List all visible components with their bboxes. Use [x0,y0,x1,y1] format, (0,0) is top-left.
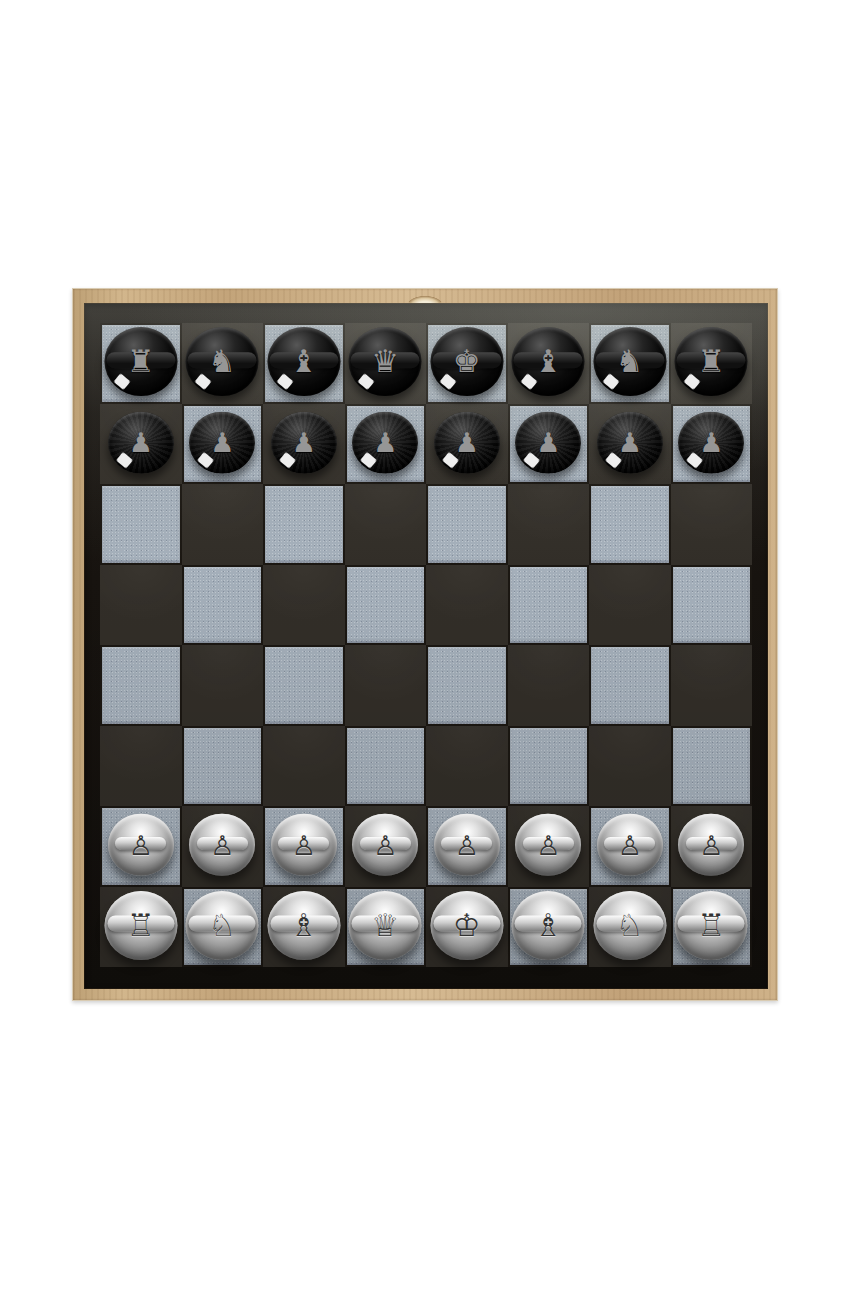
square-c2[interactable]: ♙ [263,806,345,887]
square-e2[interactable]: ♙ [426,806,508,887]
square-e3[interactable] [426,726,508,807]
square-f8[interactable]: ♝ [508,323,590,404]
piece-white-queen-d1[interactable]: ♕ [349,891,422,960]
square-f7[interactable]: ♟ [508,404,590,485]
square-g6[interactable] [589,484,671,565]
black-pawn-glyph: ♟ [292,429,316,456]
square-c7[interactable]: ♟ [263,404,345,485]
piece-white-bishop-c1[interactable]: ♗ [267,891,340,960]
square-b3[interactable] [182,726,264,807]
piece-black-pawn-c7[interactable]: ♟ [271,412,337,474]
white-knight-glyph: ♘ [208,910,236,941]
square-c4[interactable] [263,645,345,726]
square-h3[interactable] [671,726,753,807]
product-photo: ♜♞♝♛♚♝♞♜♟♟♟♟♟♟♟♟♙♙♙♙♙♙♙♙♖♘♗♕♔♗♘♖ [0,0,855,1290]
square-f5[interactable] [508,565,590,646]
piece-white-knight-b1[interactable]: ♘ [186,891,259,960]
square-d2[interactable]: ♙ [345,806,427,887]
square-h4[interactable] [671,645,753,726]
piece-black-pawn-a7[interactable]: ♟ [108,412,174,474]
piece-black-rook-h8[interactable]: ♜ [675,327,748,396]
square-c6[interactable] [263,484,345,565]
black-pawn-glyph: ♟ [536,429,560,456]
square-b5[interactable] [182,565,264,646]
black-rook-glyph: ♜ [697,346,725,377]
square-a4[interactable] [100,645,182,726]
square-e4[interactable] [426,645,508,726]
square-f3[interactable] [508,726,590,807]
square-e1[interactable]: ♔ [426,887,508,968]
square-c3[interactable] [263,726,345,807]
piece-white-pawn-b2[interactable]: ♙ [189,814,255,876]
white-pawn-glyph: ♙ [210,832,234,859]
board-surface: ♜♞♝♛♚♝♞♜♟♟♟♟♟♟♟♟♙♙♙♙♙♙♙♙♖♘♗♕♔♗♘♖ [84,303,768,989]
square-b8[interactable]: ♞ [182,323,264,404]
square-g7[interactable]: ♟ [589,404,671,485]
square-g8[interactable]: ♞ [589,323,671,404]
square-e5[interactable] [426,565,508,646]
black-bishop-glyph: ♝ [534,346,562,377]
piece-white-pawn-d2[interactable]: ♙ [352,814,418,876]
square-c1[interactable]: ♗ [263,887,345,968]
piece-black-pawn-b7[interactable]: ♟ [189,412,255,474]
square-h2[interactable]: ♙ [671,806,753,887]
square-c8[interactable]: ♝ [263,323,345,404]
black-queen-glyph: ♛ [371,346,399,377]
piece-black-bishop-f8[interactable]: ♝ [512,327,585,396]
square-f4[interactable] [508,645,590,726]
white-rook-glyph: ♖ [697,910,725,941]
piece-white-bishop-f1[interactable]: ♗ [512,891,585,960]
black-knight-glyph: ♞ [616,346,644,377]
white-queen-glyph: ♕ [371,910,399,941]
square-c5[interactable] [263,565,345,646]
square-e7[interactable]: ♟ [426,404,508,485]
square-g5[interactable] [589,565,671,646]
square-h1[interactable]: ♖ [671,887,753,968]
piece-white-pawn-c2[interactable]: ♙ [271,814,337,876]
square-g3[interactable] [589,726,671,807]
white-king-glyph: ♔ [453,910,481,941]
piece-white-pawn-g2[interactable]: ♙ [597,814,663,876]
white-rook-glyph: ♖ [127,910,155,941]
piece-white-rook-a1[interactable]: ♖ [104,891,177,960]
black-pawn-glyph: ♟ [455,429,479,456]
piece-black-queen-d8[interactable]: ♛ [349,327,422,396]
piece-white-pawn-a2[interactable]: ♙ [108,814,174,876]
piece-white-pawn-f2[interactable]: ♙ [515,814,581,876]
piece-black-pawn-f7[interactable]: ♟ [515,412,581,474]
chessboard-frame: ♜♞♝♛♚♝♞♜♟♟♟♟♟♟♟♟♙♙♙♙♙♙♙♙♖♘♗♕♔♗♘♖ [72,288,778,1001]
square-b1[interactable]: ♘ [182,887,264,968]
piece-white-pawn-h2[interactable]: ♙ [678,814,744,876]
piece-white-knight-g1[interactable]: ♘ [593,891,666,960]
black-pawn-glyph: ♟ [618,429,642,456]
white-bishop-glyph: ♗ [534,910,562,941]
black-bishop-glyph: ♝ [290,346,318,377]
square-b6[interactable] [182,484,264,565]
piece-black-knight-g8[interactable]: ♞ [593,327,666,396]
square-f1[interactable]: ♗ [508,887,590,968]
square-b4[interactable] [182,645,264,726]
square-d5[interactable] [345,565,427,646]
white-pawn-glyph: ♙ [536,832,560,859]
square-g4[interactable] [589,645,671,726]
square-b2[interactable]: ♙ [182,806,264,887]
square-a6[interactable] [100,484,182,565]
square-b7[interactable]: ♟ [182,404,264,485]
square-h8[interactable]: ♜ [671,323,753,404]
white-bishop-glyph: ♗ [290,910,318,941]
piece-black-rook-a8[interactable]: ♜ [104,327,177,396]
square-a5[interactable] [100,565,182,646]
black-pawn-glyph: ♟ [129,429,153,456]
square-f2[interactable]: ♙ [508,806,590,887]
square-g2[interactable]: ♙ [589,806,671,887]
piece-black-bishop-c8[interactable]: ♝ [267,327,340,396]
black-king-glyph: ♚ [453,346,481,377]
white-pawn-glyph: ♙ [129,832,153,859]
white-knight-glyph: ♘ [616,910,644,941]
square-d3[interactable] [345,726,427,807]
piece-white-king-e1[interactable]: ♔ [430,891,503,960]
square-g1[interactable]: ♘ [589,887,671,968]
square-a3[interactable] [100,726,182,807]
piece-white-rook-h1[interactable]: ♖ [675,891,748,960]
square-h5[interactable] [671,565,753,646]
piece-black-pawn-e7[interactable]: ♟ [434,412,500,474]
square-d1[interactable]: ♕ [345,887,427,968]
square-f6[interactable] [508,484,590,565]
black-knight-glyph: ♞ [208,346,236,377]
black-pawn-glyph: ♟ [210,429,234,456]
square-e6[interactable] [426,484,508,565]
piece-black-knight-b8[interactable]: ♞ [186,327,259,396]
square-d7[interactable]: ♟ [345,404,427,485]
chess-board: ♜♞♝♛♚♝♞♜♟♟♟♟♟♟♟♟♙♙♙♙♙♙♙♙♖♘♗♕♔♗♘♖ [100,323,752,967]
piece-black-pawn-d7[interactable]: ♟ [352,412,418,474]
square-d6[interactable] [345,484,427,565]
square-a8[interactable]: ♜ [100,323,182,404]
square-d8[interactable]: ♛ [345,323,427,404]
square-a7[interactable]: ♟ [100,404,182,485]
black-pawn-glyph: ♟ [699,429,723,456]
black-rook-glyph: ♜ [127,346,155,377]
square-a1[interactable]: ♖ [100,887,182,968]
piece-white-pawn-e2[interactable]: ♙ [434,814,500,876]
square-a2[interactable]: ♙ [100,806,182,887]
square-h6[interactable] [671,484,753,565]
square-d4[interactable] [345,645,427,726]
white-pawn-glyph: ♙ [292,832,316,859]
piece-black-king-e8[interactable]: ♚ [430,327,503,396]
piece-black-pawn-h7[interactable]: ♟ [678,412,744,474]
white-pawn-glyph: ♙ [455,832,479,859]
hinge-notch [402,289,448,303]
black-pawn-glyph: ♟ [373,429,397,456]
white-pawn-glyph: ♙ [618,832,642,859]
white-pawn-glyph: ♙ [373,832,397,859]
piece-black-pawn-g7[interactable]: ♟ [597,412,663,474]
square-h7[interactable]: ♟ [671,404,753,485]
square-e8[interactable]: ♚ [426,323,508,404]
white-pawn-glyph: ♙ [699,832,723,859]
